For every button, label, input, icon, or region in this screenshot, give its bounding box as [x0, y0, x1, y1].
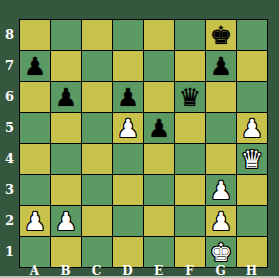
- square-d6[interactable]: ♟: [113, 82, 143, 112]
- square-b5[interactable]: [51, 113, 81, 143]
- piece-black-king[interactable]: ♚: [210, 23, 232, 48]
- square-f4[interactable]: [175, 144, 205, 174]
- square-f7[interactable]: [175, 51, 205, 81]
- square-f8[interactable]: [175, 20, 205, 50]
- square-f2[interactable]: [175, 206, 205, 236]
- square-f5[interactable]: [175, 113, 205, 143]
- rank-label-1: 1: [0, 236, 19, 267]
- piece-white-king[interactable]: ♚: [210, 240, 232, 265]
- square-h2[interactable]: [237, 206, 267, 236]
- square-c2[interactable]: [82, 206, 112, 236]
- square-g6[interactable]: [206, 82, 236, 112]
- piece-white-pawn[interactable]: ♟: [24, 209, 46, 234]
- square-g8[interactable]: ♚: [206, 20, 236, 50]
- square-a6[interactable]: [20, 82, 50, 112]
- square-e8[interactable]: [144, 20, 174, 50]
- piece-black-pawn[interactable]: ♟: [210, 54, 232, 79]
- square-a1[interactable]: [20, 237, 50, 267]
- square-d5[interactable]: ♟: [113, 113, 143, 143]
- square-d7[interactable]: [113, 51, 143, 81]
- piece-white-pawn[interactable]: ♟: [210, 209, 232, 234]
- square-e3[interactable]: [144, 175, 174, 205]
- square-c6[interactable]: [82, 82, 112, 112]
- square-d1[interactable]: [113, 237, 143, 267]
- square-c5[interactable]: [82, 113, 112, 143]
- square-g2[interactable]: ♟: [206, 206, 236, 236]
- square-a7[interactable]: ♟: [20, 51, 50, 81]
- square-e5[interactable]: ♟: [144, 113, 174, 143]
- square-b3[interactable]: [51, 175, 81, 205]
- square-g5[interactable]: [206, 113, 236, 143]
- square-b7[interactable]: [51, 51, 81, 81]
- rank-label-4: 4: [0, 143, 19, 174]
- square-b1[interactable]: [51, 237, 81, 267]
- square-a5[interactable]: [20, 113, 50, 143]
- square-c7[interactable]: [82, 51, 112, 81]
- square-c8[interactable]: [82, 20, 112, 50]
- square-h6[interactable]: [237, 82, 267, 112]
- square-a4[interactable]: [20, 144, 50, 174]
- piece-black-pawn[interactable]: ♟: [24, 54, 46, 79]
- square-h8[interactable]: [237, 20, 267, 50]
- piece-black-pawn[interactable]: ♟: [117, 85, 139, 110]
- piece-white-pawn[interactable]: ♟: [55, 209, 77, 234]
- square-h4[interactable]: ♛: [237, 144, 267, 174]
- square-h3[interactable]: [237, 175, 267, 205]
- square-f1[interactable]: [175, 237, 205, 267]
- square-a8[interactable]: [20, 20, 50, 50]
- rank-label-3: 3: [0, 174, 19, 205]
- piece-white-pawn[interactable]: ♟: [210, 178, 232, 203]
- piece-black-queen[interactable]: ♛: [179, 85, 201, 110]
- piece-black-pawn[interactable]: ♟: [148, 116, 170, 141]
- rank-label-8: 8: [0, 19, 19, 50]
- square-b4[interactable]: [51, 144, 81, 174]
- square-e6[interactable]: [144, 82, 174, 112]
- square-c3[interactable]: [82, 175, 112, 205]
- piece-white-queen[interactable]: ♛: [241, 147, 263, 172]
- square-c1[interactable]: [82, 237, 112, 267]
- square-b2[interactable]: ♟: [51, 206, 81, 236]
- square-d2[interactable]: [113, 206, 143, 236]
- square-b8[interactable]: [51, 20, 81, 50]
- square-f6[interactable]: ♛: [175, 82, 205, 112]
- rank-label-6: 6: [0, 81, 19, 112]
- square-g7[interactable]: ♟: [206, 51, 236, 81]
- square-e2[interactable]: [144, 206, 174, 236]
- square-h1[interactable]: [237, 237, 267, 267]
- square-e4[interactable]: [144, 144, 174, 174]
- square-a3[interactable]: [20, 175, 50, 205]
- piece-white-pawn[interactable]: ♟: [117, 116, 139, 141]
- rank-label-5: 5: [0, 112, 19, 143]
- piece-black-pawn[interactable]: ♟: [55, 85, 77, 110]
- square-c4[interactable]: [82, 144, 112, 174]
- square-g3[interactable]: ♟: [206, 175, 236, 205]
- square-g1[interactable]: ♚: [206, 237, 236, 267]
- square-h7[interactable]: [237, 51, 267, 81]
- square-h5[interactable]: ♟: [237, 113, 267, 143]
- square-b6[interactable]: ♟: [51, 82, 81, 112]
- square-e7[interactable]: [144, 51, 174, 81]
- square-d3[interactable]: [113, 175, 143, 205]
- square-a2[interactable]: ♟: [20, 206, 50, 236]
- chess-board[interactable]: ♚♟♟♟♟♛♟♟♟♛♟♟♟♟♚: [19, 19, 268, 268]
- piece-white-pawn[interactable]: ♟: [241, 116, 263, 141]
- square-f3[interactable]: [175, 175, 205, 205]
- rank-label-7: 7: [0, 50, 19, 81]
- square-g4[interactable]: [206, 144, 236, 174]
- square-d4[interactable]: [113, 144, 143, 174]
- square-e1[interactable]: [144, 237, 174, 267]
- square-d8[interactable]: [113, 20, 143, 50]
- chess-app-window: 87654321 ♚♟♟♟♟♛♟♟♟♛♟♟♟♟♚ ABCDEFGH: [0, 0, 279, 278]
- rank-label-2: 2: [0, 205, 19, 236]
